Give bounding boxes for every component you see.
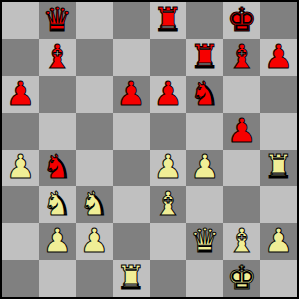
square-g1[interactable]: ♚ — [223, 260, 260, 297]
square-g3[interactable] — [223, 186, 260, 223]
square-h5[interactable] — [260, 113, 297, 150]
square-c2[interactable]: ♟ — [76, 223, 113, 260]
square-f1[interactable] — [186, 260, 223, 297]
piece-red-knight[interactable]: ♞ — [190, 77, 220, 110]
piece-yellow-pawn[interactable]: ♟ — [6, 150, 36, 183]
square-b1[interactable] — [39, 260, 76, 297]
square-h4[interactable]: ♜ — [260, 150, 297, 187]
square-b7[interactable]: ♝ — [39, 39, 76, 76]
piece-red-rook[interactable]: ♜ — [153, 3, 183, 36]
piece-yellow-pawn[interactable]: ♟ — [264, 224, 294, 257]
square-f4[interactable]: ♟ — [186, 150, 223, 187]
piece-yellow-pawn[interactable]: ♟ — [153, 150, 183, 183]
piece-yellow-queen[interactable]: ♛ — [190, 224, 220, 257]
square-d5[interactable] — [113, 113, 150, 150]
piece-yellow-knight[interactable]: ♞ — [79, 187, 109, 220]
square-g4[interactable] — [223, 150, 260, 187]
square-d1[interactable]: ♜ — [113, 260, 150, 297]
square-b3[interactable]: ♞ — [39, 186, 76, 223]
square-d8[interactable] — [113, 2, 150, 39]
square-h8[interactable] — [260, 2, 297, 39]
square-d2[interactable] — [113, 223, 150, 260]
piece-red-queen[interactable]: ♛ — [43, 3, 73, 36]
square-c6[interactable] — [76, 76, 113, 113]
square-a2[interactable] — [2, 223, 39, 260]
piece-yellow-bishop[interactable]: ♝ — [153, 187, 183, 220]
square-c3[interactable]: ♞ — [76, 186, 113, 223]
square-b6[interactable] — [39, 76, 76, 113]
square-e5[interactable] — [150, 113, 187, 150]
square-g5[interactable]: ♟ — [223, 113, 260, 150]
square-a8[interactable] — [2, 2, 39, 39]
square-e1[interactable] — [150, 260, 187, 297]
square-c5[interactable] — [76, 113, 113, 150]
square-b2[interactable]: ♟ — [39, 223, 76, 260]
square-e4[interactable]: ♟ — [150, 150, 187, 187]
square-c1[interactable] — [76, 260, 113, 297]
piece-red-bishop[interactable]: ♝ — [43, 40, 73, 73]
chess-board: ♛♜♚♝♜♝♟♟♟♟♞♟♟♞♟♟♜♞♞♝♟♟♛♝♟♜♚ — [2, 2, 297, 297]
piece-yellow-knight[interactable]: ♞ — [43, 187, 73, 220]
square-a4[interactable]: ♟ — [2, 150, 39, 187]
square-b4[interactable]: ♞ — [39, 150, 76, 187]
square-d7[interactable] — [113, 39, 150, 76]
piece-yellow-pawn[interactable]: ♟ — [190, 150, 220, 183]
square-g2[interactable]: ♝ — [223, 223, 260, 260]
square-a3[interactable] — [2, 186, 39, 223]
piece-red-pawn[interactable]: ♟ — [6, 77, 36, 110]
square-f8[interactable] — [186, 2, 223, 39]
piece-yellow-rook[interactable]: ♜ — [116, 261, 146, 294]
piece-red-rook[interactable]: ♜ — [190, 40, 220, 73]
square-c4[interactable] — [76, 150, 113, 187]
piece-red-king[interactable]: ♚ — [227, 3, 257, 36]
piece-red-knight[interactable]: ♞ — [43, 150, 73, 183]
square-f7[interactable]: ♜ — [186, 39, 223, 76]
piece-yellow-king[interactable]: ♚ — [227, 261, 257, 294]
square-e8[interactable]: ♜ — [150, 2, 187, 39]
square-c7[interactable] — [76, 39, 113, 76]
square-h7[interactable]: ♟ — [260, 39, 297, 76]
piece-yellow-bishop[interactable]: ♝ — [227, 224, 257, 257]
piece-yellow-pawn[interactable]: ♟ — [79, 224, 109, 257]
square-h1[interactable] — [260, 260, 297, 297]
square-b8[interactable]: ♛ — [39, 2, 76, 39]
square-b5[interactable] — [39, 113, 76, 150]
square-d4[interactable] — [113, 150, 150, 187]
square-a5[interactable] — [2, 113, 39, 150]
square-h2[interactable]: ♟ — [260, 223, 297, 260]
square-g6[interactable] — [223, 76, 260, 113]
square-d3[interactable] — [113, 186, 150, 223]
square-e7[interactable] — [150, 39, 187, 76]
square-f3[interactable] — [186, 186, 223, 223]
chess-board-frame: ♛♜♚♝♜♝♟♟♟♟♞♟♟♞♟♟♜♞♞♝♟♟♛♝♟♜♚ — [0, 0, 299, 299]
piece-red-pawn[interactable]: ♟ — [116, 77, 146, 110]
piece-red-pawn[interactable]: ♟ — [153, 77, 183, 110]
square-f5[interactable] — [186, 113, 223, 150]
square-a7[interactable] — [2, 39, 39, 76]
piece-yellow-rook[interactable]: ♜ — [264, 150, 294, 183]
square-e6[interactable]: ♟ — [150, 76, 187, 113]
piece-red-pawn[interactable]: ♟ — [264, 40, 294, 73]
square-g8[interactable]: ♚ — [223, 2, 260, 39]
piece-red-bishop[interactable]: ♝ — [227, 40, 257, 73]
square-h6[interactable] — [260, 76, 297, 113]
square-e2[interactable] — [150, 223, 187, 260]
square-g7[interactable]: ♝ — [223, 39, 260, 76]
square-c8[interactable] — [76, 2, 113, 39]
square-h3[interactable] — [260, 186, 297, 223]
square-f2[interactable]: ♛ — [186, 223, 223, 260]
square-d6[interactable]: ♟ — [113, 76, 150, 113]
square-f6[interactable]: ♞ — [186, 76, 223, 113]
square-a1[interactable] — [2, 260, 39, 297]
square-a6[interactable]: ♟ — [2, 76, 39, 113]
piece-red-pawn[interactable]: ♟ — [227, 114, 257, 147]
square-e3[interactable]: ♝ — [150, 186, 187, 223]
piece-yellow-pawn[interactable]: ♟ — [43, 224, 73, 257]
